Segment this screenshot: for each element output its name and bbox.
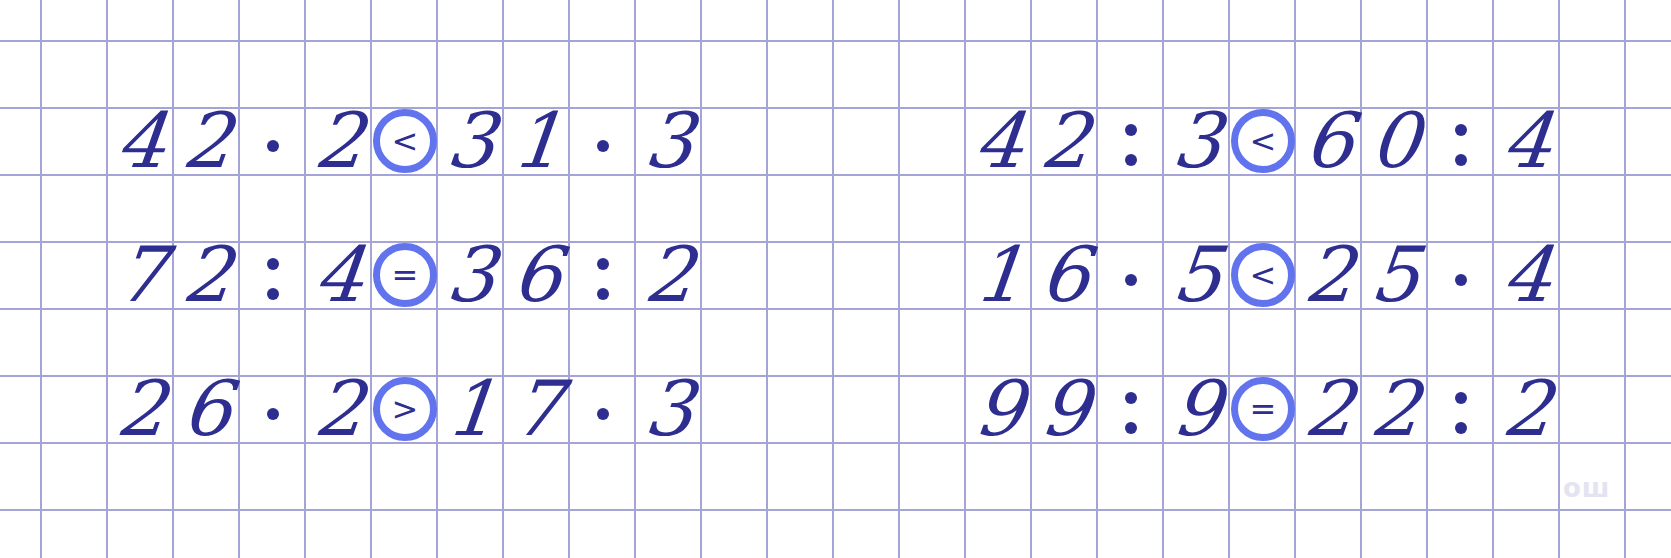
digit-cell-wrap: 5 xyxy=(1164,243,1230,306)
digit-cell-wrap: 2 xyxy=(174,243,240,306)
multiply-dot-icon xyxy=(570,377,636,440)
answer-circle[interactable]: > xyxy=(373,377,437,441)
digit-cell-wrap: 3 xyxy=(636,377,702,440)
watermark: ош xyxy=(1563,473,1610,503)
divide-colon-icon xyxy=(1098,109,1164,172)
comparison-answer-cell: = xyxy=(372,243,438,306)
dot-mark xyxy=(1125,154,1137,166)
answer-circle[interactable]: < xyxy=(373,109,437,173)
multiply-dot-icon xyxy=(240,109,306,172)
dot-mark xyxy=(1125,124,1137,136)
dot-mark xyxy=(1455,124,1467,136)
comparison-sign: < xyxy=(392,125,419,157)
digit-cell-wrap: 0 xyxy=(1362,109,1428,172)
comparison-answer-cell: < xyxy=(372,109,438,172)
digit-cell: 5 xyxy=(1368,245,1423,305)
dot-mark xyxy=(267,408,279,420)
dot-mark xyxy=(597,140,609,152)
digit-cell-wrap: 2 xyxy=(636,243,702,306)
dot-mark xyxy=(1125,422,1137,434)
digit-cell-wrap: 9 xyxy=(1164,377,1230,440)
digit-cell-wrap: 2 xyxy=(1032,109,1098,172)
digit-cell: 6 xyxy=(1302,111,1357,171)
digit-cell-wrap: 4 xyxy=(306,243,372,306)
digit-cell-wrap: 4 xyxy=(966,109,1032,172)
equation-row1-right: 423<604 xyxy=(966,109,1560,172)
comparison-sign: = xyxy=(1250,393,1277,425)
equation-row1-left: 422<313 xyxy=(108,109,702,172)
divide-colon-icon xyxy=(570,243,636,306)
digit-cell: 2 xyxy=(312,111,367,171)
answer-circle[interactable]: = xyxy=(373,243,437,307)
digit-cell: 0 xyxy=(1368,111,1423,171)
digit-cell: 2 xyxy=(312,379,367,439)
comparison-answer-cell: = xyxy=(1230,377,1296,440)
digit-cell-wrap: 1 xyxy=(438,377,504,440)
multiply-dot-icon xyxy=(1428,243,1494,306)
digit-cell: 4 xyxy=(1500,111,1555,171)
equation-row2-right: 165<254 xyxy=(966,243,1560,306)
comparison-answer-cell: < xyxy=(1230,109,1296,172)
multiply-dot-icon xyxy=(1098,243,1164,306)
digit-cell-wrap: 2 xyxy=(174,109,240,172)
digit-cell: 2 xyxy=(642,245,697,305)
digit-cell: 2 xyxy=(1500,379,1555,439)
digit-cell: 6 xyxy=(180,379,235,439)
comparison-sign: < xyxy=(1250,125,1277,157)
digit-cell: 2 xyxy=(1368,379,1423,439)
comparison-sign: > xyxy=(392,393,419,425)
multiply-dot-icon xyxy=(240,377,306,440)
digit-cell-wrap: 2 xyxy=(1362,377,1428,440)
digit-cell-wrap: 5 xyxy=(1362,243,1428,306)
digit-cell: 3 xyxy=(444,111,499,171)
digit-cell: 2 xyxy=(1038,111,1093,171)
digit-cell-wrap: 9 xyxy=(966,377,1032,440)
digit-cell: 7 xyxy=(510,379,565,439)
answer-circle[interactable]: < xyxy=(1231,243,1295,307)
digit-cell-wrap: 3 xyxy=(1164,109,1230,172)
dot-mark xyxy=(597,408,609,420)
digit-cell: 2 xyxy=(180,245,235,305)
digit-cell: 3 xyxy=(444,245,499,305)
digit-cell: 3 xyxy=(1170,111,1225,171)
dot-mark xyxy=(1455,154,1467,166)
dot-mark xyxy=(1455,422,1467,434)
digit-cell: 6 xyxy=(510,245,565,305)
equation-row2-left: 724=362 xyxy=(108,243,702,306)
digit-cell: 3 xyxy=(642,111,697,171)
dot-mark xyxy=(597,258,609,270)
digit-cell-wrap: 3 xyxy=(438,243,504,306)
digit-cell-wrap: 6 xyxy=(1296,109,1362,172)
digit-cell-wrap: 2 xyxy=(306,109,372,172)
comparison-answer-cell: > xyxy=(372,377,438,440)
digit-cell-wrap: 2 xyxy=(1296,377,1362,440)
digit-cell: 4 xyxy=(972,111,1027,171)
divide-colon-icon xyxy=(240,243,306,306)
digit-cell-wrap: 2 xyxy=(1296,243,1362,306)
digit-cell-wrap: 7 xyxy=(108,243,174,306)
dot-mark xyxy=(1455,274,1467,286)
divide-colon-icon xyxy=(1428,109,1494,172)
digit-cell-wrap: 4 xyxy=(108,109,174,172)
digit-cell-wrap: 1 xyxy=(504,109,570,172)
digit-cell: 2 xyxy=(1302,379,1357,439)
digit-cell-wrap: 6 xyxy=(174,377,240,440)
comparison-sign: < xyxy=(1250,259,1277,291)
digit-cell-wrap: 6 xyxy=(504,243,570,306)
dot-mark xyxy=(267,258,279,270)
digit-cell-wrap: 2 xyxy=(108,377,174,440)
dot-mark xyxy=(1125,274,1137,286)
digit-cell: 4 xyxy=(312,245,367,305)
digit-cell: 4 xyxy=(1500,245,1555,305)
divide-colon-icon xyxy=(1428,377,1494,440)
digit-cell-wrap: 7 xyxy=(504,377,570,440)
dot-mark xyxy=(267,288,279,300)
dot-mark xyxy=(1455,392,1467,404)
digit-cell: 2 xyxy=(114,379,169,439)
digit-cell: 1 xyxy=(510,111,565,171)
digit-cell: 4 xyxy=(114,111,169,171)
dot-mark xyxy=(1125,392,1137,404)
comparison-answer-cell: < xyxy=(1230,243,1296,306)
digit-cell: 9 xyxy=(1170,379,1225,439)
multiply-dot-icon xyxy=(570,109,636,172)
digit-cell-wrap: 9 xyxy=(1032,377,1098,440)
digit-cell-wrap: 2 xyxy=(1494,377,1560,440)
digit-cell: 5 xyxy=(1170,245,1225,305)
digit-cell: 2 xyxy=(180,111,235,171)
digit-cell-wrap: 3 xyxy=(438,109,504,172)
digit-cell-wrap: 6 xyxy=(1032,243,1098,306)
digit-cell-wrap: 1 xyxy=(966,243,1032,306)
digit-cell: 3 xyxy=(642,379,697,439)
comparison-sign: = xyxy=(392,259,419,291)
equation-row3-left: 262>173 xyxy=(108,377,702,440)
answer-circle[interactable]: = xyxy=(1231,377,1295,441)
digit-cell: 6 xyxy=(1038,245,1093,305)
digit-cell: 9 xyxy=(1038,379,1093,439)
digit-cell: 2 xyxy=(1302,245,1357,305)
digit-cell: 1 xyxy=(444,379,499,439)
digit-cell-wrap: 4 xyxy=(1494,243,1560,306)
dot-mark xyxy=(267,140,279,152)
equation-row3-right: 999=222 xyxy=(966,377,1560,440)
digit-cell: 1 xyxy=(972,245,1027,305)
answer-circle[interactable]: < xyxy=(1231,109,1295,173)
digit-cell-wrap: 4 xyxy=(1494,109,1560,172)
divide-colon-icon xyxy=(1098,377,1164,440)
digit-cell: 9 xyxy=(972,379,1027,439)
notebook-sheet: 422<313423<604724=362165<254262>173999=2… xyxy=(0,0,1671,558)
digit-cell-wrap: 3 xyxy=(636,109,702,172)
dot-mark xyxy=(597,288,609,300)
digit-cell-wrap: 2 xyxy=(306,377,372,440)
digit-cell: 7 xyxy=(114,245,169,305)
